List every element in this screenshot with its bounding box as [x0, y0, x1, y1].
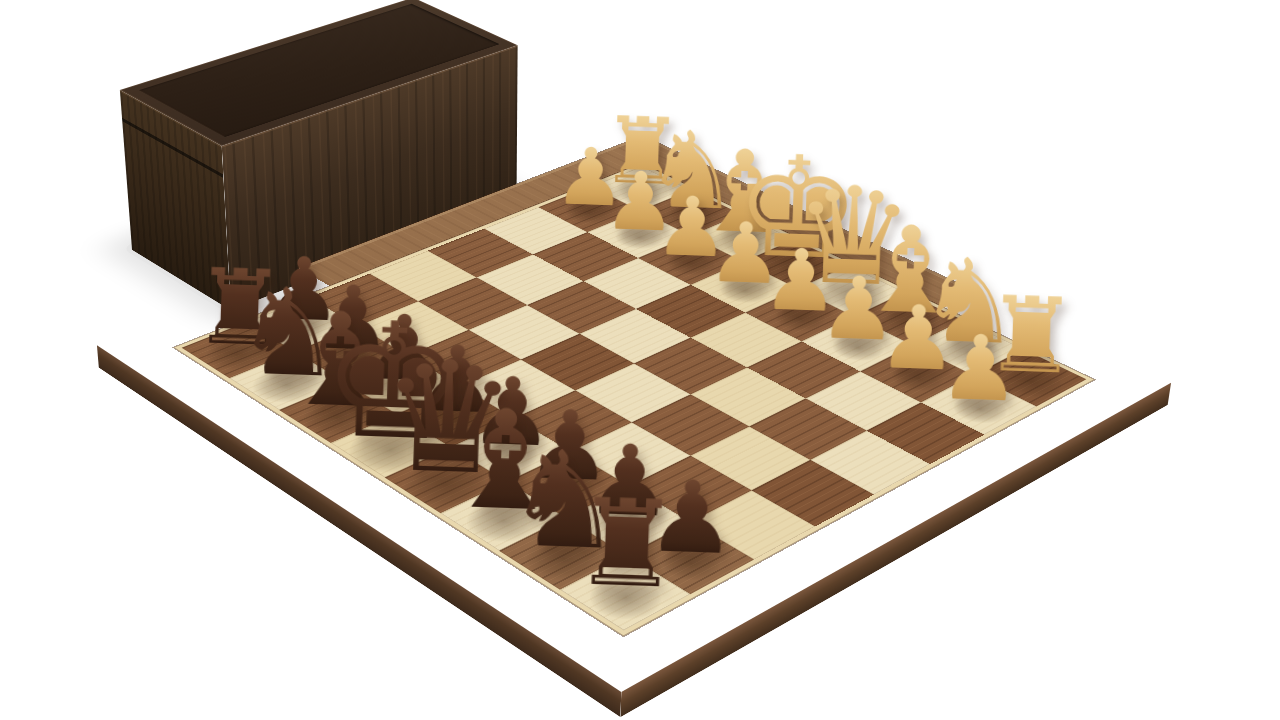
square-b3: [806, 371, 921, 430]
black-rook-glyph: ♜: [571, 482, 683, 605]
chess-set-scene: ♜♞♝♚♛♝♞♜♟♟♟♟♟♟♟♟♟♟♟♟♟♟♟♟♜♞♝♚♛♝♞♜: [0, 0, 1280, 720]
square-a8: ♜: [560, 555, 690, 630]
white-pawn-glyph: ♟: [938, 322, 1021, 414]
product-photo-stage: ♜♞♝♚♛♝♞♜♟♟♟♟♟♟♟♟♟♟♟♟♟♟♟♟♜♞♝♚♛♝♞♜: [0, 0, 1280, 720]
